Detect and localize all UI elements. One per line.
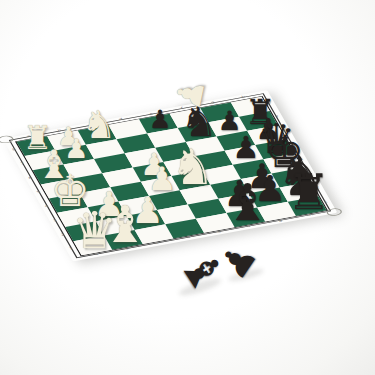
file-label-top-c: c [88, 124, 93, 127]
rank-label-left-2: 2 [60, 233, 65, 236]
rank-label-right-8: 8 [266, 101, 271, 104]
file-label-bottom-c: c [155, 241, 160, 244]
rank-label-left-3: 3 [52, 219, 57, 222]
file-label-bottom-e: e [217, 230, 222, 233]
rank-label-right-2: 2 [315, 186, 320, 189]
chess-set-photo: aabbccddeeffgghh1122334455667788 ♜♟♞♟♝♟♟… [0, 0, 375, 375]
rank-label-left-8: 8 [12, 148, 17, 151]
brand-stamp-icon-right [325, 207, 344, 217]
brand-stamp-icon-left [0, 135, 15, 145]
rank-label-left-6: 6 [28, 176, 33, 179]
rank-label-left-1: 1 [69, 247, 74, 250]
file-label-bottom-h: h [308, 213, 313, 216]
chess-mat: aabbccddeeffgghh1122334455667788 [3, 90, 338, 261]
shadow-tipped-black-pawn [228, 266, 265, 283]
file-label-bottom-f: f [248, 225, 251, 228]
rank-label-right-5: 5 [291, 144, 296, 147]
rank-label-left-4: 4 [44, 205, 49, 208]
file-label-bottom-d: d [186, 236, 191, 239]
rank-label-right-4: 4 [299, 158, 304, 161]
file-label-top-f: f [180, 107, 183, 110]
rank-label-right-1: 1 [323, 200, 328, 203]
file-label-bottom-g: g [278, 219, 283, 222]
rank-label-right-3: 3 [307, 172, 312, 175]
tipped-black-bishop: ♝ [172, 241, 233, 301]
rank-label-right-7: 7 [275, 115, 280, 118]
file-label-bottom-a: a [94, 253, 99, 256]
rank-label-right-6: 6 [283, 129, 288, 132]
tipped-black-pawn: ♟ [213, 236, 264, 286]
file-label-bottom-b: b [125, 247, 130, 250]
shadow-tipped-black-bishop [178, 275, 223, 298]
rank-label-left-7: 7 [20, 162, 25, 165]
rank-label-left-5: 5 [36, 190, 41, 193]
